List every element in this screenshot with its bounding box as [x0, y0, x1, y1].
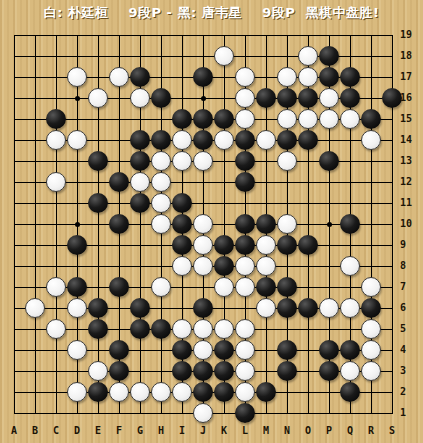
stone-black	[172, 340, 192, 360]
stone-black	[130, 67, 150, 87]
row-label: 7	[400, 281, 422, 292]
stone-white	[361, 130, 381, 150]
stone-white	[214, 319, 234, 339]
stone-white	[151, 214, 171, 234]
row-label: 19	[400, 29, 422, 40]
stone-black	[67, 277, 87, 297]
stone-white	[235, 109, 255, 129]
column-label: Q	[340, 425, 361, 436]
column-label: L	[235, 425, 256, 436]
stone-white	[235, 256, 255, 276]
stone-white	[277, 151, 297, 171]
column-label: K	[214, 425, 235, 436]
stone-white	[193, 319, 213, 339]
row-label: 14	[400, 134, 422, 145]
column-label: R	[361, 425, 382, 436]
row-label: 12	[400, 176, 422, 187]
stone-black	[88, 151, 108, 171]
stone-black	[109, 340, 129, 360]
stone-black	[319, 361, 339, 381]
column-label: C	[46, 425, 67, 436]
stone-white	[151, 193, 171, 213]
stone-white	[298, 67, 318, 87]
column-label: P	[319, 425, 340, 436]
column-label: G	[130, 425, 151, 436]
stone-black	[235, 172, 255, 192]
stone-black	[340, 214, 360, 234]
stone-black	[235, 403, 255, 423]
stone-white	[109, 67, 129, 87]
stone-white	[67, 340, 87, 360]
column-label: B	[25, 425, 46, 436]
stone-black	[298, 235, 318, 255]
stone-black	[298, 130, 318, 150]
stone-black	[214, 235, 234, 255]
stone-black	[256, 382, 276, 402]
stone-black	[193, 382, 213, 402]
game-info-header: 白: 朴廷桓 9段P - 黑: 唐韦星 9段P 黑棋中盘胜!	[0, 0, 423, 26]
row-label: 2	[400, 386, 422, 397]
column-label: D	[67, 425, 88, 436]
stone-white	[46, 172, 66, 192]
stone-white	[193, 403, 213, 423]
stone-white	[256, 130, 276, 150]
stone-white	[319, 88, 339, 108]
stone-white	[256, 298, 276, 318]
stone-black	[298, 88, 318, 108]
stone-white	[277, 214, 297, 234]
stone-white	[340, 256, 360, 276]
stone-white	[46, 277, 66, 297]
stone-white	[88, 88, 108, 108]
column-label: J	[193, 425, 214, 436]
row-label: 13	[400, 155, 422, 166]
stone-black	[193, 130, 213, 150]
stone-white	[361, 340, 381, 360]
stone-white	[256, 256, 276, 276]
stone-black	[256, 214, 276, 234]
stone-white	[361, 319, 381, 339]
stone-black	[214, 382, 234, 402]
stone-black	[88, 193, 108, 213]
stone-white	[193, 151, 213, 171]
stone-black	[277, 130, 297, 150]
stone-black	[277, 298, 297, 318]
go-game-viewer: 白: 朴廷桓 9段P - 黑: 唐韦星 9段P 黑棋中盘胜! ABCDEFGHI…	[0, 0, 423, 443]
stone-white	[235, 88, 255, 108]
column-label: M	[256, 425, 277, 436]
stone-black	[319, 67, 339, 87]
row-label: 9	[400, 239, 422, 250]
stone-black	[340, 88, 360, 108]
star-point	[75, 222, 80, 227]
stone-black	[193, 67, 213, 87]
stone-black	[46, 109, 66, 129]
game-info-text: 白: 朴廷桓 9段P - 黑: 唐韦星 9段P 黑棋中盘胜!	[44, 4, 380, 22]
stone-white	[130, 172, 150, 192]
stone-white	[277, 109, 297, 129]
stone-black	[109, 214, 129, 234]
column-label: F	[109, 425, 130, 436]
stone-white	[88, 361, 108, 381]
stone-black	[88, 382, 108, 402]
board-grid[interactable]	[14, 35, 393, 414]
stone-black	[130, 193, 150, 213]
stone-black	[256, 88, 276, 108]
stone-white	[109, 382, 129, 402]
stone-black	[193, 361, 213, 381]
row-label: 8	[400, 260, 422, 271]
row-label: 1	[400, 407, 422, 418]
stone-black	[277, 340, 297, 360]
row-label: 11	[400, 197, 422, 208]
stone-white	[277, 67, 297, 87]
stone-white	[172, 319, 192, 339]
stone-black	[88, 319, 108, 339]
row-label: 5	[400, 323, 422, 334]
stone-white	[193, 235, 213, 255]
star-point	[201, 96, 206, 101]
stone-black	[109, 277, 129, 297]
stone-black	[67, 235, 87, 255]
stone-white	[214, 130, 234, 150]
stone-white	[340, 109, 360, 129]
stone-white	[235, 67, 255, 87]
stone-white	[340, 361, 360, 381]
stone-black	[193, 109, 213, 129]
stone-white	[172, 130, 192, 150]
stone-white	[298, 109, 318, 129]
stone-black	[277, 277, 297, 297]
column-label: O	[298, 425, 319, 436]
stone-white	[319, 298, 339, 318]
row-label: 16	[400, 92, 422, 103]
stone-black	[277, 235, 297, 255]
stone-black	[319, 151, 339, 171]
stone-white	[67, 67, 87, 87]
stone-black	[319, 340, 339, 360]
column-label: I	[172, 425, 193, 436]
stone-black	[130, 151, 150, 171]
stone-black	[361, 298, 381, 318]
stone-white	[151, 151, 171, 171]
stone-white	[25, 298, 45, 318]
row-label: 15	[400, 113, 422, 124]
stone-black	[88, 298, 108, 318]
row-label: 10	[400, 218, 422, 229]
stone-white	[130, 88, 150, 108]
stone-black	[151, 88, 171, 108]
column-label: S	[382, 425, 403, 436]
stone-white	[319, 109, 339, 129]
stone-white	[214, 46, 234, 66]
column-label: H	[151, 425, 172, 436]
stone-white	[361, 277, 381, 297]
stone-white	[193, 340, 213, 360]
stone-black	[298, 298, 318, 318]
stone-white	[46, 319, 66, 339]
stone-white	[361, 361, 381, 381]
stone-white	[151, 277, 171, 297]
stone-black	[256, 277, 276, 297]
stone-black	[109, 172, 129, 192]
row-label: 6	[400, 302, 422, 313]
stone-black	[382, 88, 402, 108]
stone-white	[172, 151, 192, 171]
row-label: 4	[400, 344, 422, 355]
row-label: 18	[400, 50, 422, 61]
stone-black	[172, 235, 192, 255]
stone-white	[256, 235, 276, 255]
stone-white	[67, 130, 87, 150]
stone-white	[193, 214, 213, 234]
stone-black	[172, 109, 192, 129]
stone-white	[67, 382, 87, 402]
stone-white	[151, 382, 171, 402]
stone-black	[109, 361, 129, 381]
stone-white	[235, 277, 255, 297]
star-point	[75, 96, 80, 101]
stone-white	[340, 298, 360, 318]
stone-black	[361, 109, 381, 129]
stone-white	[235, 361, 255, 381]
stone-black	[130, 130, 150, 150]
stone-white	[67, 298, 87, 318]
column-label: E	[88, 425, 109, 436]
stone-white	[172, 256, 192, 276]
stone-black	[235, 151, 255, 171]
column-label: N	[277, 425, 298, 436]
column-label: A	[4, 425, 25, 436]
stone-white	[235, 382, 255, 402]
stone-black	[277, 361, 297, 381]
stone-white	[46, 130, 66, 150]
stone-white	[151, 172, 171, 192]
stone-white	[130, 382, 150, 402]
stone-black	[214, 256, 234, 276]
stone-black	[340, 382, 360, 402]
stone-black	[172, 193, 192, 213]
row-label: 17	[400, 71, 422, 82]
stone-black	[151, 319, 171, 339]
row-label: 3	[400, 365, 422, 376]
stone-black	[235, 130, 255, 150]
stone-white	[193, 256, 213, 276]
stone-white	[214, 277, 234, 297]
stone-black	[340, 340, 360, 360]
stone-black	[172, 214, 192, 234]
stone-black	[172, 361, 192, 381]
stone-white	[172, 382, 192, 402]
stone-black	[235, 235, 255, 255]
stone-white	[235, 319, 255, 339]
stone-black	[277, 88, 297, 108]
stone-black	[340, 67, 360, 87]
stone-black	[193, 298, 213, 318]
stone-white	[235, 340, 255, 360]
stone-black	[214, 361, 234, 381]
stone-black	[214, 340, 234, 360]
stone-black	[214, 109, 234, 129]
stone-black	[130, 319, 150, 339]
stone-black	[235, 214, 255, 234]
star-point	[327, 222, 332, 227]
stone-white	[298, 46, 318, 66]
stone-black	[130, 298, 150, 318]
stone-black	[319, 46, 339, 66]
stone-black	[151, 130, 171, 150]
